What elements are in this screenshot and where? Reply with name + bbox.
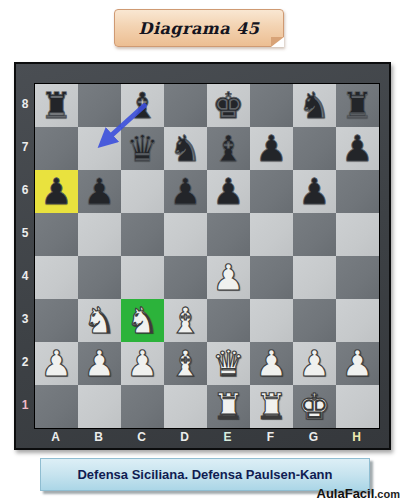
black-pawn-d6: ♟	[169, 170, 201, 213]
square-c1	[121, 385, 164, 428]
banner-fold-corner	[271, 37, 284, 47]
white-pawn-g2: ♟	[298, 342, 330, 385]
square-f8	[250, 84, 293, 127]
square-d1	[164, 385, 207, 428]
square-e2: ♛	[207, 342, 250, 385]
white-pawn-a2: ♟	[40, 342, 72, 385]
square-e6: ♟	[207, 170, 250, 213]
white-pawn-b2: ♟	[83, 342, 115, 385]
file-label-A: A	[34, 427, 77, 449]
rank-label-2: 2	[16, 341, 34, 384]
square-e7: ♝	[207, 127, 250, 170]
square-d5	[164, 213, 207, 256]
chess-board-frame: 87654321 ♜♝♚♞♜♛♞♝♟♟♟♟♟♟♟♟♞♞♝♟♟♟♝♛♟♟♟♜♜♚ …	[14, 62, 391, 450]
square-f4	[250, 256, 293, 299]
site-name: AulaFacil	[317, 486, 375, 501]
white-pawn-c2: ♟	[126, 342, 158, 385]
black-rook-a8: ♜	[40, 84, 72, 127]
square-g4	[293, 256, 336, 299]
square-d7: ♞	[164, 127, 207, 170]
rank-label-1: 1	[16, 384, 34, 427]
white-queen-e2: ♛	[212, 342, 244, 385]
square-e1: ♜	[207, 385, 250, 428]
square-d6: ♟	[164, 170, 207, 213]
square-g3	[293, 299, 336, 342]
black-pawn-b6: ♟	[83, 170, 115, 213]
rank-label-7: 7	[16, 126, 34, 169]
black-queen-c7: ♛	[126, 127, 158, 170]
square-c5	[121, 213, 164, 256]
file-label-B: B	[77, 427, 120, 449]
square-b8	[78, 84, 121, 127]
square-b5	[78, 213, 121, 256]
black-pawn-g6: ♟	[298, 170, 330, 213]
square-b4	[78, 256, 121, 299]
square-h4	[336, 256, 379, 299]
square-b6: ♟	[78, 170, 121, 213]
rank-label-8: 8	[16, 83, 34, 126]
site-branding[interactable]: AulaFacil.com	[317, 486, 400, 501]
white-pawn-f2: ♟	[255, 342, 287, 385]
page: Diagrama 45 87654321 ♜♝♚♞♜♛♞♝♟♟♟♟♟♟♟♟♞♞♝…	[0, 0, 406, 502]
black-king-e8: ♚	[212, 84, 244, 127]
square-c6	[121, 170, 164, 213]
white-pawn-h2: ♟	[341, 342, 373, 385]
square-c2: ♟	[121, 342, 164, 385]
square-a4	[35, 256, 78, 299]
square-c8: ♝	[121, 84, 164, 127]
file-label-F: F	[249, 427, 292, 449]
square-h6	[336, 170, 379, 213]
rank-label-5: 5	[16, 212, 34, 255]
black-pawn-e6: ♟	[212, 170, 244, 213]
square-e8: ♚	[207, 84, 250, 127]
square-d3: ♝	[164, 299, 207, 342]
square-h1	[336, 385, 379, 428]
square-f5	[250, 213, 293, 256]
square-a8: ♜	[35, 84, 78, 127]
square-g2: ♟	[293, 342, 336, 385]
black-knight-d7: ♞	[169, 127, 201, 170]
square-g7	[293, 127, 336, 170]
square-f3	[250, 299, 293, 342]
rank-label-3: 3	[16, 298, 34, 341]
square-g6: ♟	[293, 170, 336, 213]
square-d8	[164, 84, 207, 127]
square-a6: ♟	[35, 170, 78, 213]
white-king-g1: ♚	[298, 385, 330, 428]
square-h3	[336, 299, 379, 342]
square-f1: ♜	[250, 385, 293, 428]
square-a5	[35, 213, 78, 256]
site-suffix: .com	[374, 488, 400, 500]
square-b7	[78, 127, 121, 170]
black-bishop-c8: ♝	[126, 84, 158, 127]
black-pawn-f7: ♟	[255, 127, 287, 170]
square-h2: ♟	[336, 342, 379, 385]
file-label-H: H	[335, 427, 378, 449]
rank-label-6: 6	[16, 169, 34, 212]
square-d4	[164, 256, 207, 299]
square-g5	[293, 213, 336, 256]
square-b3: ♞	[78, 299, 121, 342]
white-bishop-d2: ♝	[169, 342, 201, 385]
chess-board: ♜♝♚♞♜♛♞♝♟♟♟♟♟♟♟♟♞♞♝♟♟♟♝♛♟♟♟♜♜♚	[34, 83, 380, 429]
square-f7: ♟	[250, 127, 293, 170]
black-pawn-a6: ♟	[40, 170, 72, 213]
square-d2: ♝	[164, 342, 207, 385]
square-c7: ♛	[121, 127, 164, 170]
square-a3	[35, 299, 78, 342]
white-knight-b3: ♞	[83, 299, 115, 342]
diagram-title: Diagrama 45	[139, 19, 260, 38]
square-e5	[207, 213, 250, 256]
rank-labels: 87654321	[16, 83, 34, 427]
square-h8: ♜	[336, 84, 379, 127]
square-h5	[336, 213, 379, 256]
rank-label-4: 4	[16, 255, 34, 298]
square-a7	[35, 127, 78, 170]
square-g1: ♚	[293, 385, 336, 428]
file-label-D: D	[163, 427, 206, 449]
file-label-G: G	[292, 427, 335, 449]
square-e4: ♟	[207, 256, 250, 299]
square-a1	[35, 385, 78, 428]
white-bishop-d3: ♝	[169, 299, 201, 342]
white-pawn-e4: ♟	[212, 256, 244, 299]
square-f6	[250, 170, 293, 213]
black-bishop-e7: ♝	[212, 127, 244, 170]
white-knight-c3: ♞	[126, 299, 158, 342]
square-f2: ♟	[250, 342, 293, 385]
white-rook-e1: ♜	[212, 385, 244, 428]
white-rook-f1: ♜	[255, 385, 287, 428]
opening-name: Defensa Siciliana. Defensa Paulsen-Kann	[77, 467, 332, 482]
black-rook-h8: ♜	[341, 84, 373, 127]
square-b1	[78, 385, 121, 428]
file-labels: ABCDEFGH	[34, 427, 378, 449]
black-pawn-h7: ♟	[341, 127, 373, 170]
file-label-E: E	[206, 427, 249, 449]
square-c4	[121, 256, 164, 299]
square-c3: ♞	[121, 299, 164, 342]
square-g8: ♞	[293, 84, 336, 127]
diagram-banner: Diagrama 45	[114, 9, 284, 47]
file-label-C: C	[120, 427, 163, 449]
square-h7: ♟	[336, 127, 379, 170]
black-knight-g8: ♞	[298, 84, 330, 127]
square-a2: ♟	[35, 342, 78, 385]
square-e3	[207, 299, 250, 342]
square-b2: ♟	[78, 342, 121, 385]
